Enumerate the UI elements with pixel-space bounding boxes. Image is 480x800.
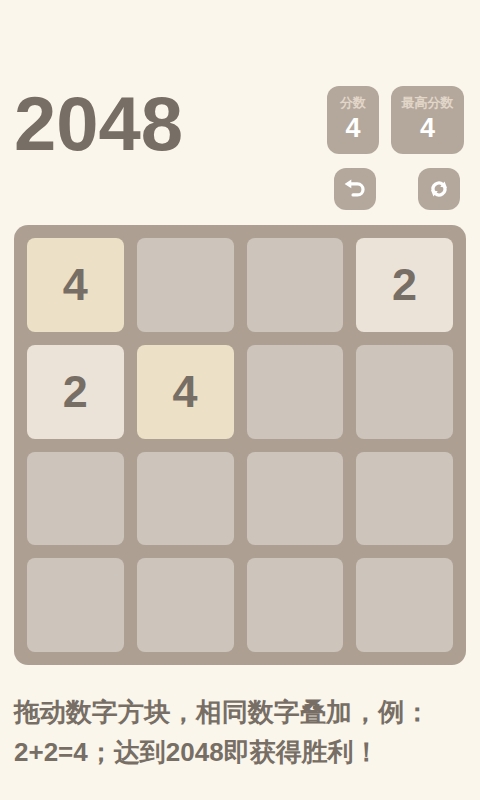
empty-cell [356,345,453,439]
empty-cell [27,452,124,546]
undo-button[interactable] [334,168,376,210]
empty-cell [247,558,344,652]
best-score-label: 最高分数 [402,95,454,110]
empty-cell [27,558,124,652]
empty-cell [247,345,344,439]
empty-cell [356,452,453,546]
game-title: 2048 [14,82,183,166]
empty-cell [356,558,453,652]
best-score-value: 4 [420,112,435,144]
instructions-line2: 2+2=4；达到2048即获得胜利！ [14,732,466,772]
empty-cell [137,238,234,332]
empty-cell [247,452,344,546]
tile-2[interactable]: 2 [356,238,453,332]
tile-4[interactable]: 4 [137,345,234,439]
best-score-box: 最高分数 4 [391,86,464,154]
score-label: 分数 [340,95,366,110]
refresh-icon [426,176,452,202]
app-screen: 2048 分数 4 最高分数 4 4224 [0,0,480,800]
empty-cell [247,238,344,332]
instructions-line1: 拖动数字方块，相同数字叠加，例： [14,692,466,732]
undo-icon [342,176,368,202]
score-value: 4 [345,112,360,144]
tile-2[interactable]: 2 [27,345,124,439]
board[interactable]: 4224 [14,225,466,665]
score-box: 分数 4 [327,86,379,154]
instructions: 拖动数字方块，相同数字叠加，例： 2+2=4；达到2048即获得胜利！ [14,692,466,772]
empty-cell [137,452,234,546]
empty-cell [137,558,234,652]
tile-4[interactable]: 4 [27,238,124,332]
restart-button[interactable] [418,168,460,210]
